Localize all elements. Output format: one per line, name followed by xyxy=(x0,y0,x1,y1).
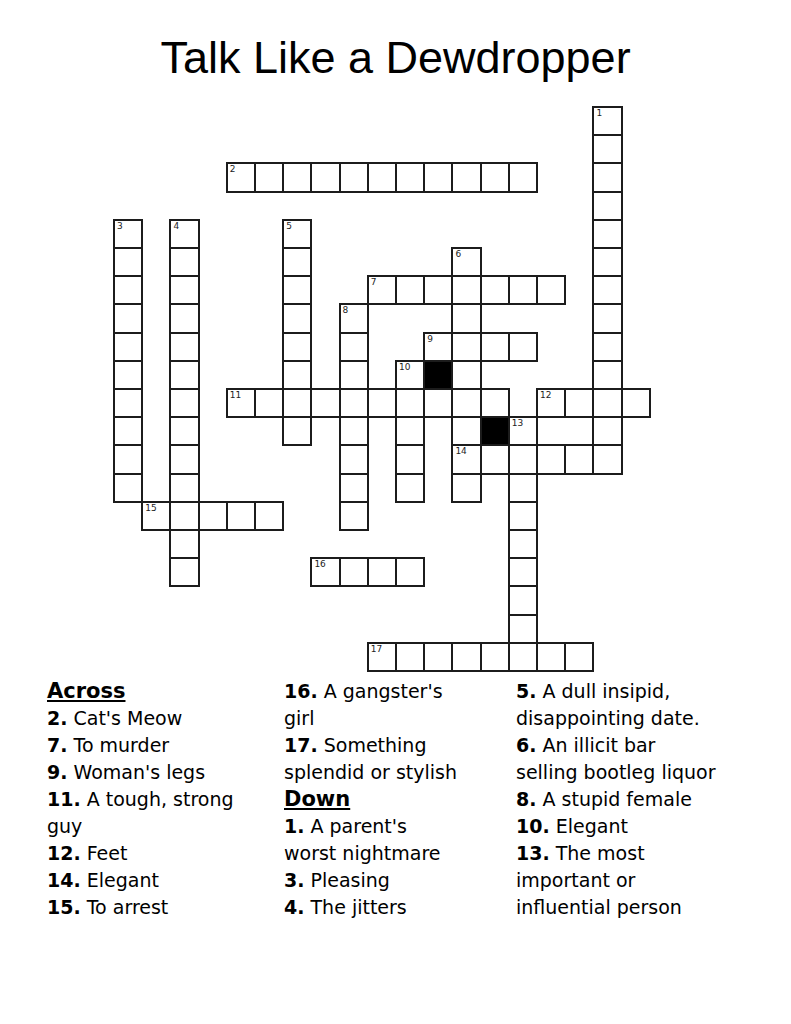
grid-cell[interactable] xyxy=(395,557,425,587)
grid-cell[interactable] xyxy=(169,388,199,418)
grid-cell[interactable] xyxy=(592,332,622,362)
cell-number: 4 xyxy=(173,221,179,232)
grid-cell[interactable] xyxy=(282,416,312,446)
grid-cell[interactable]: 9 xyxy=(423,332,453,362)
grid-cell[interactable] xyxy=(282,247,312,277)
grid-cell[interactable] xyxy=(169,501,199,531)
clue-text: Feet xyxy=(87,842,128,864)
cell-number: 12 xyxy=(540,390,551,401)
cell-number: 15 xyxy=(145,503,156,514)
grid-cell[interactable] xyxy=(592,444,622,474)
clue-column-1: Across 2. Cat's Meow 7. To murder 9. Wom… xyxy=(47,678,282,921)
clue-number: 2. xyxy=(47,707,67,729)
grid-cell[interactable] xyxy=(451,162,481,192)
clue-down-13: 13. The most important or influential pe… xyxy=(516,840,756,921)
black-cell xyxy=(480,416,510,446)
grid-cell[interactable] xyxy=(480,332,510,362)
across-header: Across xyxy=(47,678,282,705)
grid-cell[interactable] xyxy=(339,473,369,503)
grid-cell[interactable] xyxy=(480,162,510,192)
clue-text: Elegant xyxy=(556,815,628,837)
grid-cell[interactable] xyxy=(367,388,397,418)
grid-cell[interactable]: 4 xyxy=(169,219,199,249)
clue-text: The jitters xyxy=(311,896,407,918)
cell-number: 3 xyxy=(117,221,123,232)
grid-cell[interactable] xyxy=(198,501,228,531)
clue-number: 17. xyxy=(284,734,318,756)
grid-cell[interactable] xyxy=(339,388,369,418)
clue-down-5: 5. A dull insipid, disappointing date. xyxy=(516,678,756,732)
grid-cell[interactable] xyxy=(536,642,566,672)
grid-cell[interactable] xyxy=(169,416,199,446)
grid-cell[interactable]: 15 xyxy=(141,501,171,531)
grid-cell[interactable] xyxy=(423,642,453,672)
cell-number: 1 xyxy=(596,108,602,119)
grid-cell[interactable] xyxy=(367,557,397,587)
puzzle-title: Talk Like a Dewdropper xyxy=(0,30,791,86)
grid-cell[interactable] xyxy=(592,162,622,192)
clue-down-4: 4. The jitters xyxy=(284,894,512,921)
grid-cell[interactable] xyxy=(480,275,510,305)
grid-cell[interactable] xyxy=(169,473,199,503)
grid-cell[interactable] xyxy=(480,642,510,672)
grid-cell[interactable] xyxy=(367,162,397,192)
clue-down-10: 10. Elegant xyxy=(516,813,756,840)
cell-number: 14 xyxy=(455,446,466,457)
grid-cell[interactable] xyxy=(508,529,538,559)
cell-number: 13 xyxy=(512,418,523,429)
clue-across-16: 16. A gangster's girl xyxy=(284,678,512,732)
grid-cell[interactable] xyxy=(451,303,481,333)
grid-cell[interactable] xyxy=(395,642,425,672)
clue-across-2: 2. Cat's Meow xyxy=(47,705,282,732)
cell-number: 2 xyxy=(230,164,236,175)
grid-cell[interactable] xyxy=(480,388,510,418)
grid-cell[interactable] xyxy=(451,416,481,446)
clue-number: 12. xyxy=(47,842,81,864)
clue-across-15: 15. To arrest xyxy=(47,894,282,921)
clue-across-9: 9. Woman's legs xyxy=(47,759,282,786)
grid-cell[interactable]: 12 xyxy=(536,388,566,418)
grid-cell[interactable] xyxy=(423,388,453,418)
grid-cell[interactable] xyxy=(282,303,312,333)
grid-cell[interactable] xyxy=(508,585,538,615)
grid-cell[interactable] xyxy=(480,444,510,474)
clue-text: To arrest xyxy=(87,896,169,918)
grid-cell[interactable] xyxy=(310,162,340,192)
grid-cell[interactable] xyxy=(508,557,538,587)
clue-across-14: 14. Elegant xyxy=(47,867,282,894)
grid-cell[interactable] xyxy=(395,162,425,192)
grid-cell[interactable] xyxy=(592,134,622,164)
grid-cell[interactable] xyxy=(508,332,538,362)
clue-number: 11. xyxy=(47,788,81,810)
grid-cell[interactable] xyxy=(113,332,143,362)
grid-cell[interactable] xyxy=(113,473,143,503)
grid-cell[interactable] xyxy=(169,529,199,559)
cell-number: 16 xyxy=(314,559,325,570)
grid-cell[interactable] xyxy=(395,388,425,418)
clue-text: Elegant xyxy=(87,869,159,891)
grid-cell[interactable]: 5 xyxy=(282,219,312,249)
grid-cell[interactable] xyxy=(395,473,425,503)
grid-cell[interactable] xyxy=(282,332,312,362)
grid-cell[interactable] xyxy=(113,416,143,446)
grid-cell[interactable]: 17 xyxy=(367,642,397,672)
grid-cell[interactable] xyxy=(592,219,622,249)
grid-cell[interactable] xyxy=(508,473,538,503)
cell-number: 5 xyxy=(286,221,292,232)
clue-number: 4. xyxy=(284,896,304,918)
clue-number: 13. xyxy=(516,842,550,864)
clue-text: Pleasing xyxy=(311,869,390,891)
cell-number: 9 xyxy=(427,334,433,345)
clue-text: A dull insipid, disappointing date. xyxy=(516,680,700,729)
grid-cell[interactable]: 3 xyxy=(113,219,143,249)
grid-cell[interactable]: 1 xyxy=(592,106,622,136)
clue-text: A parent's worst nightmare xyxy=(284,815,440,864)
grid-cell[interactable] xyxy=(592,388,622,418)
grid-cell[interactable] xyxy=(226,501,256,531)
grid-cell[interactable] xyxy=(169,444,199,474)
grid-cell[interactable] xyxy=(169,360,199,390)
grid-cell[interactable] xyxy=(339,444,369,474)
grid-cell[interactable] xyxy=(339,162,369,192)
grid-cell[interactable] xyxy=(536,416,594,446)
clue-number: 1. xyxy=(284,815,304,837)
grid-cell[interactable]: 6 xyxy=(451,247,481,277)
grid-cell[interactable] xyxy=(451,275,481,305)
grid-cell[interactable]: 16 xyxy=(310,557,340,587)
grid-cell[interactable] xyxy=(451,360,481,390)
grid-cell[interactable] xyxy=(310,388,340,418)
grid-cell[interactable] xyxy=(564,642,594,672)
grid-cell[interactable] xyxy=(339,557,369,587)
grid-cell[interactable] xyxy=(395,416,425,446)
cell-number: 7 xyxy=(371,277,377,288)
clue-down-6: 6. An illicit bar selling bootleg liquor xyxy=(516,732,756,786)
clue-text: Cat's Meow xyxy=(74,707,183,729)
clue-across-12: 12. Feet xyxy=(47,840,282,867)
grid-cell[interactable] xyxy=(592,275,622,305)
clue-number: 3. xyxy=(284,869,304,891)
grid-cell[interactable] xyxy=(451,473,481,503)
crossword-grid: 1234567891011121314151617 xyxy=(113,106,651,672)
down-header: Down xyxy=(284,786,512,813)
clue-across-17: 17. Something splendid or stylish xyxy=(284,732,512,786)
cell-number: 8 xyxy=(343,305,349,316)
grid-cell[interactable] xyxy=(395,444,425,474)
grid-cell[interactable] xyxy=(451,642,481,672)
grid-cell[interactable] xyxy=(564,388,594,418)
grid-cell[interactable] xyxy=(113,275,143,305)
clue-down-8: 8. A stupid female xyxy=(516,786,756,813)
grid-cell[interactable] xyxy=(423,162,453,192)
grid-cell[interactable]: 14 xyxy=(451,444,481,474)
grid-cell[interactable] xyxy=(339,360,369,390)
grid-cell[interactable] xyxy=(339,332,369,362)
grid-cell[interactable] xyxy=(282,162,312,192)
black-cell xyxy=(423,360,453,390)
grid-cell[interactable]: 11 xyxy=(226,388,256,418)
grid-cell[interactable] xyxy=(169,557,199,587)
grid-cell[interactable] xyxy=(282,275,312,305)
grid-cell[interactable] xyxy=(508,614,538,644)
clue-number: 7. xyxy=(47,734,67,756)
grid-cell[interactable] xyxy=(113,444,143,474)
grid-cell[interactable] xyxy=(508,501,538,531)
grid-cell[interactable] xyxy=(169,275,199,305)
grid-cell[interactable] xyxy=(508,642,538,672)
grid-cell[interactable] xyxy=(113,360,143,390)
clue-number: 16. xyxy=(284,680,318,702)
grid-cell[interactable] xyxy=(423,275,453,305)
clue-across-7: 7. To murder xyxy=(47,732,282,759)
clue-number: 5. xyxy=(516,680,536,702)
cell-number: 17 xyxy=(371,644,382,655)
grid-cell[interactable] xyxy=(254,501,284,531)
grid-cell[interactable] xyxy=(169,303,199,333)
clue-column-2: 16. A gangster's girl 17. Something sple… xyxy=(284,678,512,921)
cell-number: 11 xyxy=(230,390,241,401)
grid-cell[interactable] xyxy=(395,275,425,305)
grid-cell[interactable] xyxy=(592,416,622,446)
grid-cell[interactable] xyxy=(592,303,622,333)
clue-text: A stupid female xyxy=(543,788,692,810)
grid-cell[interactable] xyxy=(564,444,594,474)
grid-cell[interactable] xyxy=(113,303,143,333)
grid-cell[interactable] xyxy=(592,360,622,390)
grid-cell[interactable]: 2 xyxy=(226,162,256,192)
grid-cell[interactable] xyxy=(508,162,538,192)
clue-down-1: 1. A parent's worst nightmare xyxy=(284,813,512,867)
clue-text: To murder xyxy=(74,734,170,756)
clue-number: 15. xyxy=(47,896,81,918)
clue-number: 14. xyxy=(47,869,81,891)
grid-cell[interactable] xyxy=(282,388,312,418)
grid-cell[interactable] xyxy=(508,444,538,474)
grid-cell[interactable] xyxy=(113,247,143,277)
grid-cell[interactable] xyxy=(169,247,199,277)
grid-cell[interactable]: 8 xyxy=(339,303,369,333)
grid-cell[interactable] xyxy=(592,247,622,277)
clue-number: 8. xyxy=(516,788,536,810)
grid-cell[interactable] xyxy=(339,416,369,446)
grid-cell[interactable] xyxy=(536,275,566,305)
grid-cell[interactable] xyxy=(282,360,312,390)
grid-cell[interactable] xyxy=(113,388,143,418)
grid-cell[interactable] xyxy=(254,388,284,418)
clue-number: 6. xyxy=(516,734,536,756)
clue-down-3: 3. Pleasing xyxy=(284,867,512,894)
grid-cell[interactable] xyxy=(508,275,538,305)
grid-cell[interactable] xyxy=(451,332,481,362)
clue-text: Woman's legs xyxy=(74,761,206,783)
grid-cell[interactable] xyxy=(254,162,284,192)
grid-cell[interactable]: 7 xyxy=(367,275,397,305)
crossword-page: Talk Like a Dewdropper 12345678910111213… xyxy=(0,0,791,1024)
grid-cell[interactable] xyxy=(451,388,481,418)
cell-number: 10 xyxy=(399,362,410,373)
clue-number: 10. xyxy=(516,815,550,837)
cell-number: 6 xyxy=(455,249,461,260)
grid-cell[interactable] xyxy=(169,332,199,362)
grid-cell[interactable]: 10 xyxy=(395,360,425,390)
clue-number: 9. xyxy=(47,761,67,783)
grid-cell[interactable] xyxy=(621,388,651,418)
grid-cell[interactable]: 13 xyxy=(508,416,538,446)
clue-column-3: 5. A dull insipid, disappointing date. 6… xyxy=(516,678,756,921)
clue-across-11: 11. A tough, strong guy xyxy=(47,786,282,840)
clue-text: An illicit bar selling bootleg liquor xyxy=(516,734,716,783)
grid-cell[interactable] xyxy=(592,191,622,221)
grid-cell[interactable] xyxy=(339,501,369,531)
grid-cell[interactable] xyxy=(536,444,566,474)
